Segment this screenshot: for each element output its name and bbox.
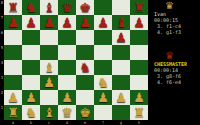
black-pawn: ♟ [25,15,37,30]
square-e4[interactable]: ♞ [76,60,94,75]
black-pawn: ♟ [61,15,73,30]
black-knight: ♞ [79,60,91,75]
white-rook: ♜ [133,105,145,120]
square-d4[interactable] [58,60,76,75]
square-h8[interactable]: ♜ [130,0,148,15]
square-e6[interactable] [76,30,94,45]
square-c7[interactable]: ♟ [40,15,58,30]
square-d3[interactable] [58,75,76,90]
square-a8[interactable]: ♜ [4,0,22,15]
white-queen-icon: ♛ [165,0,200,11]
square-c4[interactable]: ♝ [40,60,58,75]
file-label-f: f [94,120,112,125]
white-player-block: ♛ Ivan 00:00:15 3. f1-c4 4. g1-f3 [152,0,200,35]
square-b5[interactable] [22,45,40,60]
file-labels: abcdefgh [4,120,148,125]
chess-board[interactable]: ♜♞♝♛♚♜♟♟♟♟♟♟♝♟♟♝♞♟♞♟♟♟♟♟♟♜♞♝♛♚♜ [4,0,148,120]
white-king: ♚ [79,105,91,120]
square-b3[interactable] [22,75,40,90]
square-g4[interactable] [112,60,130,75]
black-move-4: 4. f6-e4 [157,79,200,85]
info-panel: ♛ Ivan 00:00:15 3. f1-c4 4. g1-f3 ♛ CHES… [152,0,200,125]
file-label-c: c [40,120,58,125]
square-f3[interactable]: ♞ [94,75,112,90]
square-d6[interactable] [58,30,76,45]
square-h3[interactable] [130,75,148,90]
square-d5[interactable] [58,45,76,60]
square-d8[interactable]: ♛ [58,0,76,15]
white-pawn: ♟ [7,90,19,105]
white-pawn: ♟ [97,90,109,105]
white-pawn: ♟ [115,90,127,105]
black-queen: ♛ [61,0,73,15]
white-bishop: ♝ [43,60,55,75]
square-c1[interactable]: ♝ [40,105,58,120]
square-b8[interactable]: ♞ [22,0,40,15]
square-g7[interactable]: ♝ [112,15,130,30]
black-pawn: ♟ [115,30,127,45]
white-pawn: ♟ [61,90,73,105]
black-bishop: ♝ [43,0,55,15]
black-bishop: ♝ [115,15,127,30]
square-a2[interactable]: ♟ [4,90,22,105]
square-a1[interactable]: ♜ [4,105,22,120]
square-c3[interactable]: ♟ [40,75,58,90]
square-g5[interactable] [112,45,130,60]
white-bishop: ♝ [43,105,55,120]
black-pawn: ♟ [79,15,91,30]
square-f8[interactable] [94,0,112,15]
square-g8[interactable] [112,0,130,15]
black-pawn: ♟ [43,15,55,30]
black-pawn: ♟ [133,15,145,30]
square-f5[interactable] [94,45,112,60]
black-knight: ♞ [25,0,37,15]
black-rook: ♜ [133,0,145,15]
white-pawn: ♟ [43,75,55,90]
square-g2[interactable]: ♟ [112,90,130,105]
black-pawn: ♟ [7,15,19,30]
square-e2[interactable] [76,90,94,105]
white-knight: ♞ [97,75,109,90]
black-king: ♚ [79,0,91,15]
square-a4[interactable] [4,60,22,75]
square-a6[interactable] [4,30,22,45]
square-h4[interactable] [130,60,148,75]
file-label-g: g [112,120,130,125]
file-label-h: h [130,120,148,125]
black-queen-icon: ♛ [165,50,200,61]
square-d2[interactable]: ♟ [58,90,76,105]
file-label-a: a [4,120,22,125]
square-h5[interactable] [130,45,148,60]
square-d7[interactable]: ♟ [58,15,76,30]
square-e1[interactable]: ♚ [76,105,94,120]
square-e8[interactable]: ♚ [76,0,94,15]
square-c5[interactable] [40,45,58,60]
square-c2[interactable] [40,90,58,105]
white-queen: ♛ [61,105,73,120]
white-pawn: ♟ [25,90,37,105]
square-e3[interactable] [76,75,94,90]
square-b7[interactable]: ♟ [22,15,40,30]
square-f6[interactable] [94,30,112,45]
square-h7[interactable]: ♟ [130,15,148,30]
square-f7[interactable]: ♟ [94,15,112,30]
square-a3[interactable] [4,75,22,90]
square-c8[interactable]: ♝ [40,0,58,15]
square-a5[interactable] [4,45,22,60]
square-g6[interactable]: ♟ [112,30,130,45]
square-h2[interactable]: ♟ [130,90,148,105]
white-pawn: ♟ [133,90,145,105]
white-knight: ♞ [25,105,37,120]
white-rook: ♜ [7,105,19,120]
square-b1[interactable]: ♞ [22,105,40,120]
square-g3[interactable] [112,75,130,90]
square-a7[interactable]: ♟ [4,15,22,30]
square-e5[interactable] [76,45,94,60]
square-f1[interactable] [94,105,112,120]
square-b4[interactable] [22,60,40,75]
file-label-e: e [76,120,94,125]
white-move-4: 4. g1-f3 [157,29,200,35]
square-f2[interactable]: ♟ [94,90,112,105]
file-label-d: d [58,120,76,125]
square-h1[interactable]: ♜ [130,105,148,120]
square-b6[interactable] [22,30,40,45]
chessmaster-screen: 87654321 ♜♞♝♛♚♜♟♟♟♟♟♟♝♟♟♝♞♟♞♟♟♟♟♟♟♜♞♝♛♚♜… [0,0,200,125]
square-b2[interactable]: ♟ [22,90,40,105]
black-player-block: ♛ CHESSMASTER 00:00:14 3. g8-f6 4. f6-e4 [152,50,200,85]
black-rook: ♜ [7,0,19,15]
square-h6[interactable] [130,30,148,45]
square-f4[interactable] [94,60,112,75]
file-label-b: b [22,120,40,125]
square-c6[interactable] [40,30,58,45]
black-pawn: ♟ [97,15,109,30]
square-e7[interactable]: ♟ [76,15,94,30]
square-g1[interactable] [112,105,130,120]
square-d1[interactable]: ♛ [58,105,76,120]
